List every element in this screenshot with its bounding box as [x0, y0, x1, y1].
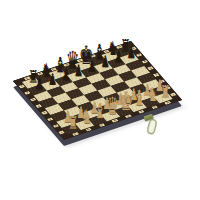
rank-label-6: 6	[143, 61, 146, 63]
rank-label-7: 7	[26, 92, 29, 94]
rank-label-1: 1	[172, 94, 175, 96]
file-label-b: B	[87, 128, 91, 130]
brass-clasp	[142, 113, 160, 140]
file-label-h: H	[166, 102, 170, 104]
file-label-c: C	[100, 124, 104, 126]
clasp-hook-icon	[146, 118, 157, 134]
rank-label-4: 4	[43, 112, 46, 114]
coordinate-tile: 7	[135, 53, 142, 57]
rank-label-5: 5	[149, 67, 152, 69]
rank-label-6: 6	[32, 98, 35, 100]
rank-label-8: 8	[20, 85, 23, 87]
rank-label-3: 3	[49, 118, 52, 120]
coordinate-tile: 1	[170, 92, 177, 96]
file-label-g: G	[153, 106, 157, 108]
rank-label-1: 1	[60, 131, 63, 133]
photo-stage: Wooden folding travel chess set photogra…	[0, 0, 200, 200]
rank-label-7: 7	[138, 54, 141, 56]
file-label-e: E	[127, 115, 130, 117]
file-label-d: D	[113, 119, 117, 121]
frame-segment	[173, 97, 182, 102]
coordinate-tile: 5	[147, 66, 154, 70]
rank-label-5: 5	[37, 105, 40, 107]
coordinate-tile: 6	[141, 60, 148, 64]
rank-label-2: 2	[54, 125, 57, 127]
file-label-a: A	[74, 133, 78, 135]
